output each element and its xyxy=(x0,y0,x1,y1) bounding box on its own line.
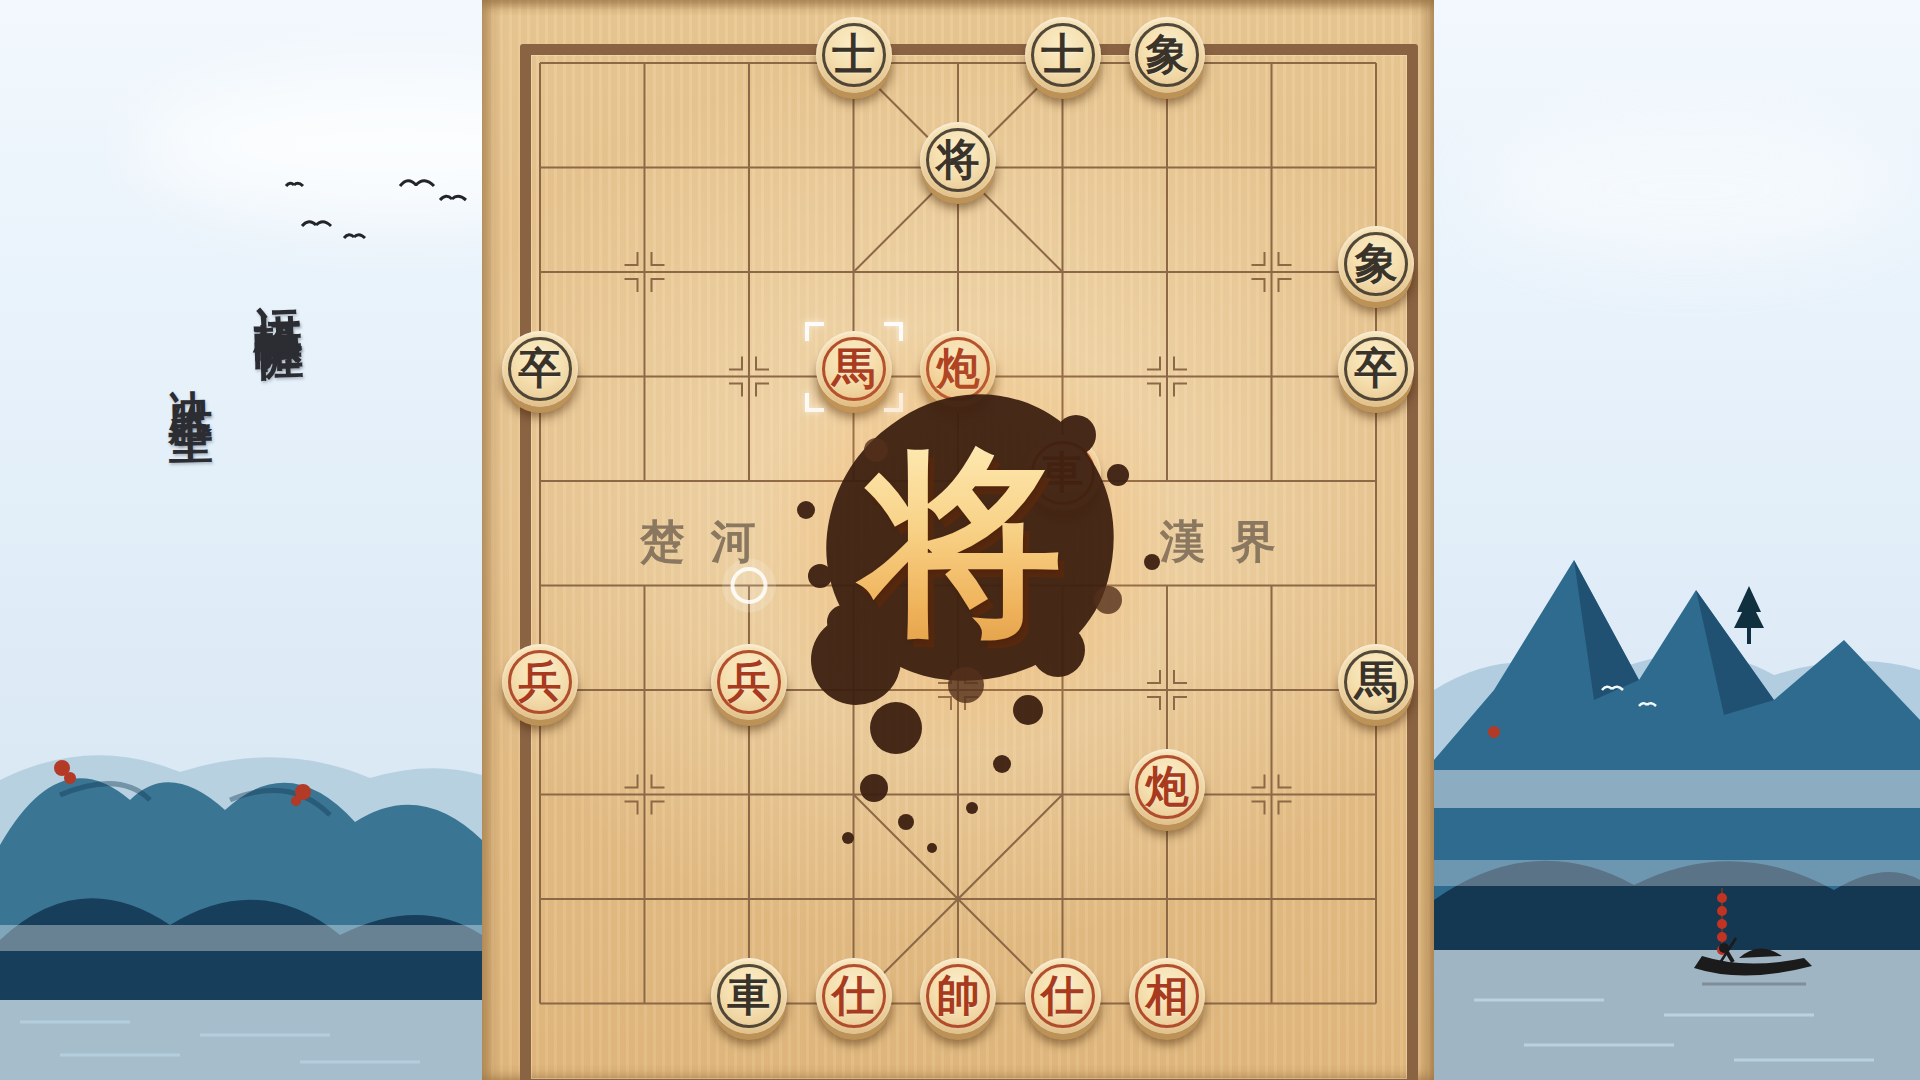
piece-glyph: 士 xyxy=(1025,17,1101,93)
piece-black-士[interactable]: 士 xyxy=(1025,17,1101,93)
piece-glyph: 帥 xyxy=(920,958,996,1034)
piece-glyph: 仕 xyxy=(1025,958,1101,1034)
piece-black-卒[interactable]: 卒 xyxy=(502,331,578,407)
piece-black-車[interactable]: 車 xyxy=(711,958,787,1034)
piece-black-馬[interactable]: 馬 xyxy=(1338,644,1414,720)
piece-glyph: 象 xyxy=(1129,17,1205,93)
piece-glyph: 相 xyxy=(1129,958,1205,1034)
piece-glyph: 車 xyxy=(711,958,787,1034)
piece-black-将[interactable]: 将 xyxy=(920,122,996,198)
piece-red-仕[interactable]: 仕 xyxy=(816,958,892,1034)
piece-black-卒[interactable]: 卒 xyxy=(1338,331,1414,407)
piece-red-兵[interactable]: 兵 xyxy=(502,644,578,720)
xiangqi-app-scene: 运棋帷幄 决胜千里 xyxy=(0,0,1920,1080)
piece-red-帥[interactable]: 帥 xyxy=(920,958,996,1034)
piece-black-象[interactable]: 象 xyxy=(1129,17,1205,93)
piece-black-士[interactable]: 士 xyxy=(816,17,892,93)
piece-glyph: 士 xyxy=(816,17,892,93)
piece-glyph: 卒 xyxy=(502,331,578,407)
piece-black-象[interactable]: 象 xyxy=(1338,226,1414,302)
piece-glyph: 馬 xyxy=(1338,644,1414,720)
piece-glyph: 卒 xyxy=(1338,331,1414,407)
piece-glyph: 将 xyxy=(920,122,996,198)
piece-glyph: 仕 xyxy=(816,958,892,1034)
check-text: 将 xyxy=(763,402,1163,682)
piece-glyph: 兵 xyxy=(502,644,578,720)
piece-red-相[interactable]: 相 xyxy=(1129,958,1205,1034)
check-announcement: 将 将 xyxy=(763,402,1163,692)
piece-glyph: 象 xyxy=(1338,226,1414,302)
piece-red-仕[interactable]: 仕 xyxy=(1025,958,1101,1034)
